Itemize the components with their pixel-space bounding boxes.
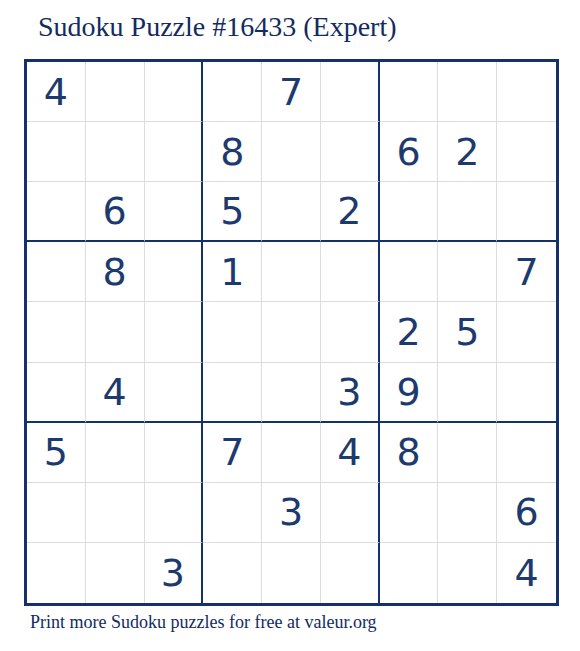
cell-r4c8 <box>438 242 497 302</box>
cell-r6c6: 3 <box>321 363 380 423</box>
cell-r3c7 <box>380 182 439 242</box>
cell-r8c4 <box>203 483 262 543</box>
cell-r6c3 <box>145 363 204 423</box>
cell-r2c5 <box>262 122 321 182</box>
cell-r7c4: 7 <box>203 423 262 483</box>
cell-r9c3: 3 <box>145 543 204 603</box>
cell-r9c8 <box>438 543 497 603</box>
cell-r6c9 <box>497 363 556 423</box>
cell-r1c3 <box>145 62 204 122</box>
page-title: Sudoku Puzzle #16433 (Expert) <box>38 11 397 43</box>
cell-r8c2 <box>86 483 145 543</box>
cell-r2c3 <box>145 122 204 182</box>
cell-r3c2: 6 <box>86 182 145 242</box>
cell-r6c5 <box>262 363 321 423</box>
cell-r1c8 <box>438 62 497 122</box>
cell-r6c4 <box>203 363 262 423</box>
sudoku-page: Sudoku Puzzle #16433 (Expert) 4786265281… <box>0 0 580 651</box>
cell-r8c5: 3 <box>262 483 321 543</box>
cell-r4c2: 8 <box>86 242 145 302</box>
sudoku-board: 478626528172543957483634 <box>24 59 559 606</box>
cell-r8c3 <box>145 483 204 543</box>
cell-r4c7 <box>380 242 439 302</box>
cell-r5c4 <box>203 302 262 362</box>
cell-r4c9: 7 <box>497 242 556 302</box>
cell-r5c3 <box>145 302 204 362</box>
cell-r5c1 <box>27 302 86 362</box>
cell-r2c8: 2 <box>438 122 497 182</box>
cell-r5c6 <box>321 302 380 362</box>
footer-text: Print more Sudoku puzzles for free at va… <box>30 612 377 633</box>
cell-r6c7: 9 <box>380 363 439 423</box>
cell-r6c8 <box>438 363 497 423</box>
cell-r1c4 <box>203 62 262 122</box>
cell-r4c6 <box>321 242 380 302</box>
cell-r1c2 <box>86 62 145 122</box>
cell-r1c6 <box>321 62 380 122</box>
cell-r3c6: 2 <box>321 182 380 242</box>
cell-r1c1: 4 <box>27 62 86 122</box>
cell-r9c6 <box>321 543 380 603</box>
cell-r5c5 <box>262 302 321 362</box>
cell-r4c5 <box>262 242 321 302</box>
cell-r5c2 <box>86 302 145 362</box>
cell-r8c7 <box>380 483 439 543</box>
cell-r5c7: 2 <box>380 302 439 362</box>
cell-r3c3 <box>145 182 204 242</box>
cell-r4c1 <box>27 242 86 302</box>
cell-r7c9 <box>497 423 556 483</box>
cell-r7c7: 8 <box>380 423 439 483</box>
cell-r7c6: 4 <box>321 423 380 483</box>
cell-r1c7 <box>380 62 439 122</box>
cell-r2c1 <box>27 122 86 182</box>
cell-r9c9: 4 <box>497 543 556 603</box>
cell-r2c6 <box>321 122 380 182</box>
cell-r9c7 <box>380 543 439 603</box>
cell-r3c1 <box>27 182 86 242</box>
cell-r3c9 <box>497 182 556 242</box>
cell-r4c3 <box>145 242 204 302</box>
cell-r2c2 <box>86 122 145 182</box>
cell-r8c9: 6 <box>497 483 556 543</box>
cell-r7c2 <box>86 423 145 483</box>
cell-r5c8: 5 <box>438 302 497 362</box>
cell-r2c9 <box>497 122 556 182</box>
cell-r9c4 <box>203 543 262 603</box>
cell-r7c5 <box>262 423 321 483</box>
cell-r6c1 <box>27 363 86 423</box>
cell-r9c5 <box>262 543 321 603</box>
cell-r4c4: 1 <box>203 242 262 302</box>
cell-r9c2 <box>86 543 145 603</box>
cell-r8c1 <box>27 483 86 543</box>
cell-r7c8 <box>438 423 497 483</box>
cell-r8c6 <box>321 483 380 543</box>
cell-r1c5: 7 <box>262 62 321 122</box>
cell-r3c5 <box>262 182 321 242</box>
cell-r3c4: 5 <box>203 182 262 242</box>
cell-r6c2: 4 <box>86 363 145 423</box>
cell-r8c8 <box>438 483 497 543</box>
cell-r3c8 <box>438 182 497 242</box>
cell-r7c3 <box>145 423 204 483</box>
cell-r5c9 <box>497 302 556 362</box>
cell-r7c1: 5 <box>27 423 86 483</box>
cell-r2c7: 6 <box>380 122 439 182</box>
cell-r1c9 <box>497 62 556 122</box>
cell-r9c1 <box>27 543 86 603</box>
cell-r2c4: 8 <box>203 122 262 182</box>
